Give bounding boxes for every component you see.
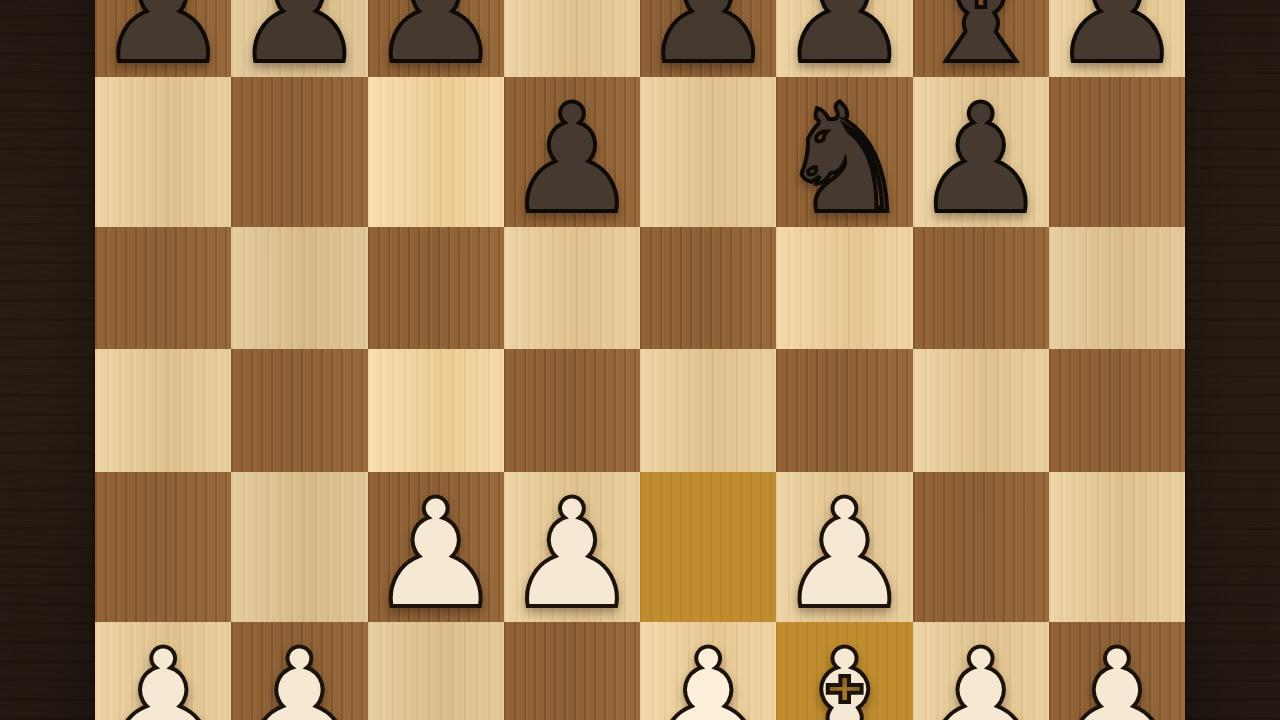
wood-table-background: ♟♟♟♟♟♝♟♟♞♟♟♟♟♟♟♟♝♟♟: [0, 0, 1280, 720]
square-e2[interactable]: ♟: [640, 622, 776, 720]
white-pawn[interactable]: ♟: [913, 629, 1047, 720]
square-c6[interactable]: [368, 77, 504, 227]
square-h3[interactable]: [1049, 472, 1185, 622]
square-h4[interactable]: [1049, 349, 1185, 472]
square-f3[interactable]: ♟: [776, 472, 912, 622]
black-pawn[interactable]: ♟: [505, 84, 639, 234]
white-pawn[interactable]: ♟: [641, 629, 775, 720]
white-pawn[interactable]: ♟: [777, 479, 911, 629]
square-b5[interactable]: [231, 227, 367, 350]
square-c2[interactable]: [368, 622, 504, 720]
square-a7[interactable]: ♟: [95, 0, 231, 77]
square-e7[interactable]: ♟: [640, 0, 776, 77]
white-pawn[interactable]: ♟: [1050, 629, 1184, 720]
square-e6[interactable]: [640, 77, 776, 227]
white-pawn[interactable]: ♟: [232, 629, 366, 720]
square-g5[interactable]: [913, 227, 1049, 350]
black-pawn[interactable]: ♟: [368, 0, 502, 84]
square-d2[interactable]: [504, 622, 640, 720]
black-pawn[interactable]: ♟: [96, 0, 230, 84]
chess-app-frame: { "game": "chess", "board": { "orientati…: [0, 0, 1280, 720]
square-f6[interactable]: ♞: [776, 77, 912, 227]
square-f4[interactable]: [776, 349, 912, 472]
square-e5[interactable]: [640, 227, 776, 350]
square-g6[interactable]: ♟: [913, 77, 1049, 227]
square-c3[interactable]: ♟: [368, 472, 504, 622]
square-b6[interactable]: [231, 77, 367, 227]
square-g3[interactable]: [913, 472, 1049, 622]
square-e3[interactable]: [640, 472, 776, 622]
white-bishop[interactable]: ♝: [777, 629, 911, 720]
square-h7[interactable]: ♟: [1049, 0, 1185, 77]
square-h6[interactable]: [1049, 77, 1185, 227]
square-h5[interactable]: [1049, 227, 1185, 350]
square-c4[interactable]: [368, 349, 504, 472]
black-pawn[interactable]: ♟: [913, 84, 1047, 234]
square-f7[interactable]: ♟: [776, 0, 912, 77]
square-a4[interactable]: [95, 349, 231, 472]
white-pawn[interactable]: ♟: [505, 479, 639, 629]
black-knight[interactable]: ♞: [777, 84, 911, 234]
square-f5[interactable]: [776, 227, 912, 350]
square-d7[interactable]: [504, 0, 640, 77]
square-b3[interactable]: [231, 472, 367, 622]
white-pawn[interactable]: ♟: [96, 629, 230, 720]
square-b2[interactable]: ♟: [231, 622, 367, 720]
square-d3[interactable]: ♟: [504, 472, 640, 622]
white-pawn[interactable]: ♟: [368, 479, 502, 629]
chess-board: ♟♟♟♟♟♝♟♟♞♟♟♟♟♟♟♟♝♟♟: [95, 0, 1185, 720]
square-g2[interactable]: ♟: [913, 622, 1049, 720]
square-b7[interactable]: ♟: [231, 0, 367, 77]
square-a5[interactable]: [95, 227, 231, 350]
square-g7[interactable]: ♝: [913, 0, 1049, 77]
square-g4[interactable]: [913, 349, 1049, 472]
square-c7[interactable]: ♟: [368, 0, 504, 77]
square-c5[interactable]: [368, 227, 504, 350]
black-pawn[interactable]: ♟: [232, 0, 366, 84]
black-pawn[interactable]: ♟: [1050, 0, 1184, 84]
square-a2[interactable]: ♟: [95, 622, 231, 720]
square-d6[interactable]: ♟: [504, 77, 640, 227]
square-a3[interactable]: [95, 472, 231, 622]
black-pawn[interactable]: ♟: [641, 0, 775, 84]
square-e4[interactable]: [640, 349, 776, 472]
square-a6[interactable]: [95, 77, 231, 227]
square-b4[interactable]: [231, 349, 367, 472]
square-f2[interactable]: ♝: [776, 622, 912, 720]
square-d4[interactable]: [504, 349, 640, 472]
square-h2[interactable]: ♟: [1049, 622, 1185, 720]
square-d5[interactable]: [504, 227, 640, 350]
